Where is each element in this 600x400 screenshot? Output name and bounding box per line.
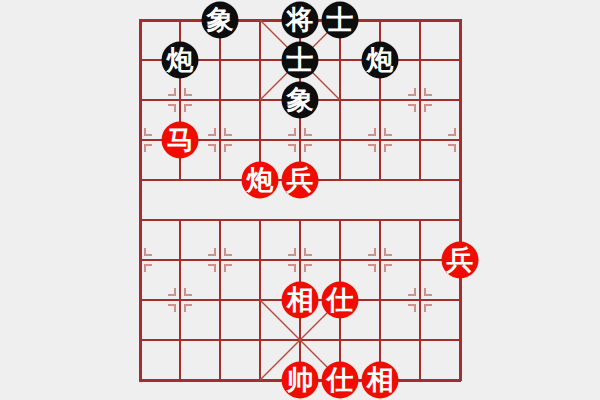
red-piece[interactable]: 相 [282,282,319,319]
red-piece[interactable]: 帅 [282,362,319,399]
red-piece[interactable]: 兵 [282,162,319,199]
red-piece[interactable]: 马 [162,122,199,159]
black-piece[interactable]: 象 [202,2,239,39]
red-piece[interactable]: 炮 [242,162,279,199]
black-piece[interactable]: 炮 [362,42,399,79]
black-piece[interactable]: 士 [322,2,359,39]
red-piece[interactable]: 兵 [442,242,479,279]
pieces-layer: 象将士炮士炮象马炮兵兵相仕帅仕相 [140,20,460,380]
black-piece[interactable]: 象 [282,82,319,119]
red-piece[interactable]: 仕 [322,362,359,399]
xiangqi-board[interactable]: 象将士炮士炮象马炮兵兵相仕帅仕相 [140,20,460,380]
black-piece[interactable]: 炮 [162,42,199,79]
red-piece[interactable]: 相 [362,362,399,399]
black-piece[interactable]: 士 [282,42,319,79]
app-background: 象将士炮士炮象马炮兵兵相仕帅仕相 [0,0,600,400]
black-piece[interactable]: 将 [282,2,319,39]
red-piece[interactable]: 仕 [322,282,359,319]
